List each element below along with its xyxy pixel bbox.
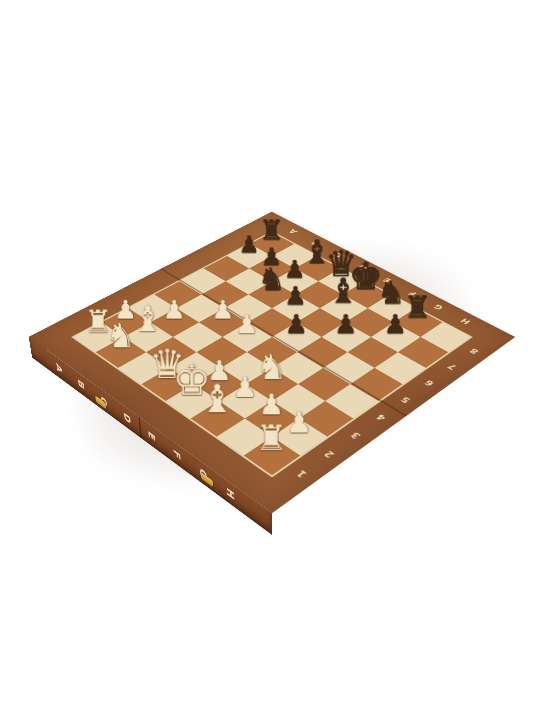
piece-white-pawn-d4[interactable]: ♟ [230, 293, 265, 337]
piece-white-rook-h1[interactable]: ♜ [252, 406, 292, 456]
piece-black-pawn-g7[interactable]: ♟ [378, 293, 413, 337]
board-grid: ♜♝♛♚♞♜♟♟♟♝♟♞♟♟♟♟♟♟♞♟♝♟♟♟♟♜♞♛♚♝♜ [74, 232, 470, 475]
piece-black-pawn-f6[interactable]: ♟ [329, 293, 364, 337]
white-pawn-glyph: ♟ [236, 311, 259, 337]
piece-white-bishop-f1[interactable]: ♝ [199, 370, 237, 418]
chess-board: ♜♝♛♚♞♜♟♟♟♝♟♞♟♟♟♟♟♟♞♟♝♟♟♟♟♜♞♛♚♝♜ [71, 231, 473, 478]
white-pawn-glyph: ♟ [163, 297, 186, 323]
black-pawn-glyph: ♟ [384, 311, 407, 337]
chess-set-photo: ♜♝♛♚♞♜♟♟♟♝♟♞♟♟♟♟♟♟♞♟♝♟♟♟♟♜♞♛♚♝♜ ABCDEFGH… [100, 165, 444, 509]
piece-black-pawn-e5[interactable]: ♟ [279, 293, 314, 337]
piece-white-knight-b1[interactable]: ♞ [103, 307, 139, 352]
white-knight-glyph: ♞ [106, 319, 136, 353]
black-pawn-glyph: ♟ [285, 311, 308, 337]
white-rook-glyph: ♜ [256, 420, 288, 455]
white-bishop-glyph: ♝ [201, 380, 235, 418]
folding-chess-box: ♜♝♛♚♞♜♟♟♟♝♟♞♟♟♟♟♟♟♞♟♝♟♟♟♟♜♞♛♚♝♜ ABCDEFGH… [29, 212, 515, 513]
black-pawn-glyph: ♟ [335, 311, 358, 337]
board-top-face: ♜♝♛♚♞♜♟♟♟♝♟♞♟♟♟♟♟♟♞♟♝♟♟♟♟♜♞♛♚♝♜ ABCDEFGH… [29, 212, 515, 513]
